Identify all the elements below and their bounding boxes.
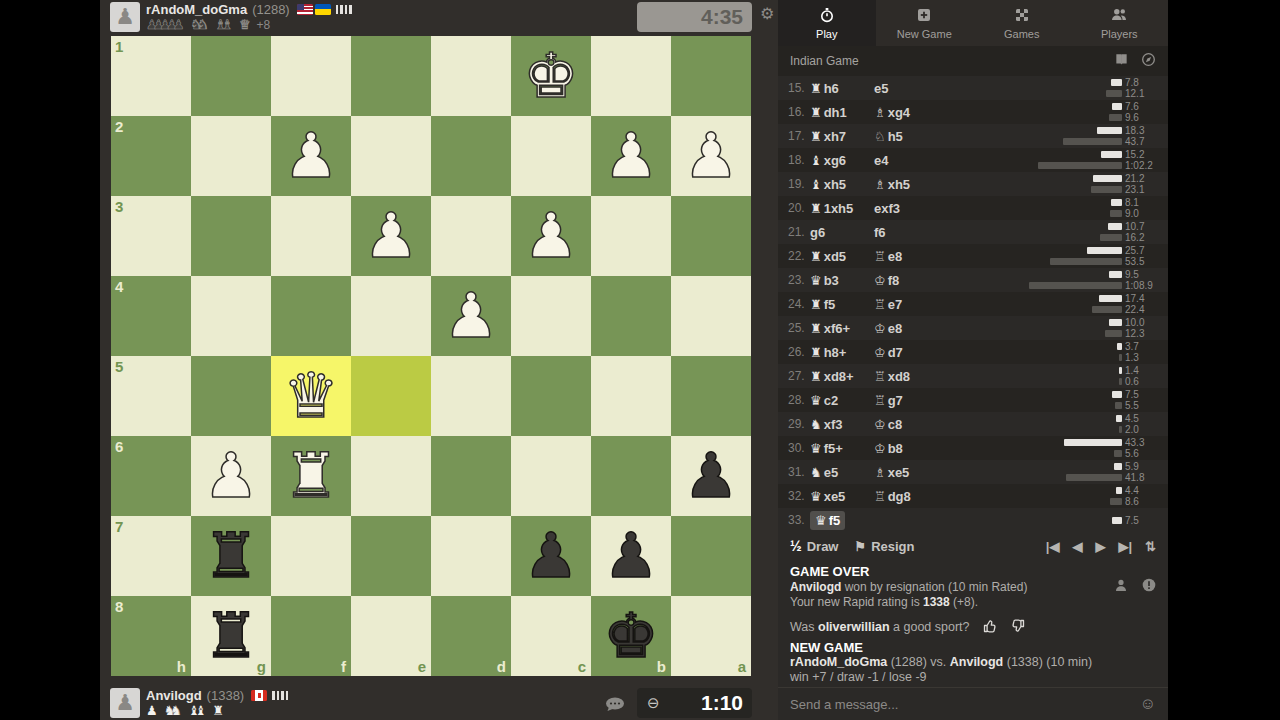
white-move[interactable]: ♜h8+ <box>810 345 846 360</box>
square-f3[interactable] <box>271 196 351 276</box>
bottom-player-name[interactable]: Anvilogd <box>146 688 202 703</box>
square-b1[interactable] <box>591 36 671 116</box>
resign-button[interactable]: Resign <box>871 539 914 554</box>
new-game-black: Anvilogd <box>950 655 1003 669</box>
report-alert-icon[interactable] <box>1142 578 1156 596</box>
move-time: 8.6 <box>1122 496 1164 507</box>
square-g3[interactable] <box>191 196 271 276</box>
bottom-captured-pieces: ♟♞♞♝♝♜ <box>146 704 224 718</box>
square-f6[interactable]: ♜ <box>271 436 351 516</box>
black-move[interactable]: ♔b8 <box>874 441 903 456</box>
white-pawn: ♟ <box>603 117 659 195</box>
white-move[interactable]: ♝xh5 <box>810 177 846 192</box>
signal-bars-icon <box>336 5 352 14</box>
move-time: 8.1 <box>1122 197 1164 208</box>
square-a1[interactable] <box>671 36 751 116</box>
square-h7[interactable]: 7 <box>111 516 191 596</box>
square-e7[interactable] <box>351 516 431 596</box>
white-rating: (1288) <box>887 655 930 669</box>
time-bar <box>1092 306 1122 313</box>
opening-row: Indian Game <box>778 46 1168 76</box>
opening-book-icon[interactable] <box>1114 52 1129 70</box>
pawn-avatar-icon: ♟ <box>115 690 135 716</box>
square-f5[interactable]: ♛ <box>271 356 351 436</box>
plus-square-icon <box>916 7 932 25</box>
move-number: 21. <box>778 225 810 239</box>
bottom-player-avatar[interactable]: ♟ <box>110 688 140 718</box>
top-player-name[interactable]: rAndoM_doGma <box>146 2 247 17</box>
white-rook: ♜ <box>283 437 339 515</box>
time-bar <box>1101 151 1122 158</box>
time-bar <box>1112 103 1122 110</box>
black-move[interactable]: ♖g7 <box>874 393 903 408</box>
square-a4[interactable] <box>671 276 751 356</box>
square-g6[interactable]: ♟ <box>191 436 271 516</box>
black-move[interactable]: ♖dg8 <box>874 489 911 504</box>
move-row: 22.♜xd5♖e825.753.5 <box>778 244 1168 268</box>
square-g5[interactable] <box>191 356 271 436</box>
white-move[interactable]: ♜xh7 <box>810 129 846 144</box>
time-bar <box>1106 90 1122 97</box>
tab-label: Games <box>1004 28 1039 40</box>
time-bar <box>1109 271 1122 278</box>
move-piece-icon: ♜ <box>810 321 822 336</box>
white-move[interactable]: ♜f5 <box>810 297 835 312</box>
move-time: 22.4 <box>1122 304 1164 315</box>
sportsmanship-row: Was oliverwillian a good sport? <box>778 616 1168 638</box>
square-d5[interactable] <box>431 356 511 436</box>
material-advantage: +8 <box>257 18 271 32</box>
rank-label: 3 <box>115 198 123 215</box>
black-move[interactable]: ♖e7 <box>874 297 902 312</box>
square-b8[interactable]: b♚ <box>591 596 671 676</box>
square-a5[interactable] <box>671 356 751 436</box>
move-time: 23.1 <box>1122 184 1164 195</box>
white-king: ♚ <box>523 37 579 115</box>
move-piece-icon: ♔ <box>874 417 886 432</box>
file-label: c <box>578 658 586 675</box>
square-g2[interactable] <box>191 116 271 196</box>
white-pawn: ♟ <box>683 117 739 195</box>
black-move[interactable]: ♗xe5 <box>874 465 909 480</box>
go-start-button[interactable]: |◀ <box>1046 539 1060 554</box>
file-label: e <box>418 658 426 675</box>
black-king: ♚ <box>603 597 659 675</box>
rank-label: 7 <box>115 518 123 535</box>
move-piece-icon: ♜ <box>810 249 822 264</box>
time-bar <box>1115 402 1122 409</box>
square-e8[interactable]: e <box>351 596 431 676</box>
sport-text: Was <box>790 620 818 634</box>
draw-button[interactable]: Draw <box>807 539 839 554</box>
resign-flag-icon: ⚑ <box>854 539 866 554</box>
move-row: 23.♛b3♔f89.51:08.9 <box>778 268 1168 292</box>
square-e3[interactable]: ♟ <box>351 196 431 276</box>
move-number: 27. <box>778 369 810 383</box>
white-move[interactable]: ♛b3 <box>810 273 839 288</box>
move-piece-icon: ♖ <box>874 369 886 384</box>
top-player-clock: 4:35 <box>637 2 752 32</box>
move-time: 15.2 <box>1122 149 1164 160</box>
square-d2[interactable] <box>431 116 511 196</box>
square-a2[interactable]: ♟ <box>671 116 751 196</box>
move-number: 29. <box>778 417 810 431</box>
move-row: 31.♞e5♗xe55.941.8 <box>778 460 1168 484</box>
move-piece-icon: ♜ <box>810 129 822 144</box>
message-row: Send a message... ☺ <box>778 687 1168 720</box>
move-row: 17.♜xh7♘h518.343.7 <box>778 124 1168 148</box>
square-e2[interactable] <box>351 116 431 196</box>
back-button[interactable]: ◀ <box>1072 539 1082 554</box>
time-bar <box>1099 295 1122 302</box>
white-move[interactable]: ♝xg6 <box>810 153 846 168</box>
black-move[interactable]: f6 <box>874 225 886 240</box>
square-d1[interactable] <box>431 36 511 116</box>
square-d8[interactable]: d <box>431 596 511 676</box>
square-h2[interactable]: 2 <box>111 116 191 196</box>
time-bar <box>1029 282 1122 289</box>
white-move[interactable]: ♜xd5 <box>810 249 846 264</box>
square-g7[interactable]: ♜ <box>191 516 271 596</box>
move-number: 25. <box>778 321 810 335</box>
captured-rook: ♜ <box>212 704 224 718</box>
emoji-smiley-icon[interactable]: ☺ <box>1140 695 1156 713</box>
move-piece-icon: ♗ <box>874 105 886 120</box>
square-d6[interactable] <box>431 436 511 516</box>
top-player-avatar[interactable]: ♟ <box>110 2 140 32</box>
move-list: 15.♜h6e57.812.116.♜dh1♗xg47.69.617.♜xh7♘… <box>778 76 1168 532</box>
square-b6[interactable] <box>591 436 671 516</box>
move-row: 15.♜h6e57.812.1 <box>778 76 1168 100</box>
square-c6[interactable] <box>511 436 591 516</box>
move-piece-icon: ♖ <box>874 489 886 504</box>
square-b3[interactable] <box>591 196 671 276</box>
black-move[interactable]: ♖e8 <box>874 249 902 264</box>
time-bar <box>1114 450 1122 457</box>
time-bar <box>1109 319 1123 326</box>
black-pawn: ♟ <box>683 437 739 515</box>
square-b2[interactable]: ♟ <box>591 116 671 196</box>
time-bar <box>1111 79 1122 86</box>
move-piece-icon: ♜ <box>810 81 822 96</box>
move-number: 16. <box>778 105 810 119</box>
square-c1[interactable]: ♚ <box>511 36 591 116</box>
move-number: 26. <box>778 345 810 359</box>
move-time: 41.8 <box>1122 472 1164 483</box>
black-move[interactable]: ♗xh5 <box>874 177 910 192</box>
square-f4[interactable] <box>271 276 351 356</box>
move-time: 1:08.9 <box>1122 280 1164 291</box>
move-piece-icon: ♛ <box>810 441 822 456</box>
new-game-title: NEW GAME <box>790 640 1156 655</box>
black-move[interactable]: ♔f8 <box>874 273 899 288</box>
move-time: 7.5 <box>1122 515 1164 526</box>
square-h4[interactable]: 4 <box>111 276 191 356</box>
black-move[interactable]: ♘h5 <box>874 129 903 144</box>
sidebar: PlayNew GameGamesPlayers Indian Game 15.… <box>778 0 1168 720</box>
square-f7[interactable] <box>271 516 351 596</box>
square-g1[interactable] <box>191 36 271 116</box>
ca-flag-icon <box>251 690 267 701</box>
white-move[interactable]: g6 <box>810 225 825 240</box>
move-time: 1:02.2 <box>1122 160 1164 171</box>
move-row: 25.♜xf6+♔e810.012.3 <box>778 316 1168 340</box>
move-time: 5.5 <box>1122 400 1164 411</box>
move-row: 29.♞xf3♔c84.52.0 <box>778 412 1168 436</box>
square-f1[interactable] <box>271 36 351 116</box>
square-c3[interactable]: ♟ <box>511 196 591 276</box>
move-piece-icon: ♜ <box>810 369 822 384</box>
black-move[interactable]: ♔d7 <box>874 345 903 360</box>
square-d4[interactable]: ♟ <box>431 276 511 356</box>
time-bar <box>1097 127 1122 134</box>
time-bar <box>1114 463 1122 470</box>
white-move[interactable]: ♜xd8+ <box>810 369 854 384</box>
move-number: 23. <box>778 273 810 287</box>
time-bar <box>1108 223 1122 230</box>
square-h1[interactable]: 1 <box>111 36 191 116</box>
forward-button[interactable]: ▶ <box>1095 539 1105 554</box>
bottom-player-clock: ⊖ 1:10 <box>637 688 752 718</box>
us-flag-icon <box>297 4 313 15</box>
tab-players[interactable]: Players <box>1071 0 1169 46</box>
square-d3[interactable] <box>431 196 511 276</box>
black-move[interactable]: ♖xd8 <box>874 369 910 384</box>
go-end-button[interactable]: ▶| <box>1118 539 1132 554</box>
white-queen: ♛ <box>283 357 339 435</box>
black-pawn: ♟ <box>603 517 659 595</box>
rank-label: 5 <box>115 358 123 375</box>
move-number: 33. <box>778 513 810 527</box>
white-move[interactable]: ♜h6 <box>810 81 839 96</box>
square-d7[interactable] <box>431 516 511 596</box>
white-move[interactable]: ♞e5 <box>810 465 838 480</box>
time-bar <box>1112 391 1122 398</box>
explorer-compass-icon[interactable] <box>1141 52 1156 70</box>
tab-label: Play <box>816 28 837 40</box>
black-move[interactable]: exf3 <box>874 201 900 216</box>
square-g8[interactable]: g♜ <box>191 596 271 676</box>
bottom-player-bar: ♟ Anvilogd (1338) ♟♞♞♝♝♜ ⊖ 1:10 <box>100 686 778 720</box>
time-bar <box>1087 247 1122 254</box>
add-friend-icon[interactable] <box>1115 578 1128 596</box>
white-move[interactable]: ♜1xh5 <box>810 201 853 216</box>
square-h5[interactable]: 5 <box>111 356 191 436</box>
move-row: 30.♛f5+♔b843.35.6 <box>778 436 1168 460</box>
stopwatch-icon <box>819 7 835 25</box>
rank-label: 1 <box>115 38 123 55</box>
black-move[interactable]: ♗xg4 <box>874 105 910 120</box>
time-bar <box>1066 474 1122 481</box>
white-move[interactable]: ♞xf3 <box>810 417 842 432</box>
move-piece-icon: ♔ <box>874 273 886 288</box>
move-time: 9.0 <box>1122 208 1164 219</box>
move-row: 16.♜dh1♗xg47.69.6 <box>778 100 1168 124</box>
move-time: 3.7 <box>1122 341 1164 352</box>
rank-label: 8 <box>115 598 123 615</box>
white-pawn: ♟ <box>523 197 579 275</box>
move-number: 30. <box>778 441 810 455</box>
move-number: 19. <box>778 177 810 191</box>
move-piece-icon: ♜ <box>810 105 822 120</box>
move-time: 12.3 <box>1122 328 1164 339</box>
black-move[interactable]: e4 <box>874 153 888 168</box>
time-bar <box>1100 234 1122 241</box>
move-piece-icon: ♛ <box>810 273 822 288</box>
captured-knights: ♞♞ <box>190 18 208 32</box>
move-piece-icon: ♖ <box>874 297 886 312</box>
game-controls: ½ Draw ⚑ Resign |◀◀▶▶|⇅ <box>778 532 1168 560</box>
square-a7[interactable] <box>671 516 751 596</box>
move-row: 32.♛xe5♖dg84.48.6 <box>778 484 1168 508</box>
clock-paused-icon: ⊖ <box>647 694 660 712</box>
move-time: 53.5 <box>1122 256 1164 267</box>
time-bar <box>1091 186 1122 193</box>
square-a8[interactable]: a <box>671 596 751 676</box>
checkerboard-icon <box>1014 7 1030 25</box>
result-text: won by resignation (10 min Rated) <box>841 580 1027 594</box>
square-b7[interactable]: ♟ <box>591 516 671 596</box>
black-move[interactable]: ♔e8 <box>874 321 902 336</box>
square-h3[interactable]: 3 <box>111 196 191 276</box>
top-captured-pieces: ♟♟♟♟♟♞♞♝♝♛ +8 <box>146 18 270 32</box>
rating-odds: win +7 / draw -1 / lose -9 <box>790 670 1156 685</box>
square-c8[interactable]: c <box>511 596 591 676</box>
file-label: d <box>497 658 506 675</box>
black-rating: (1338) (10 min) <box>1003 655 1092 669</box>
move-time: 2.0 <box>1122 424 1164 435</box>
square-e5[interactable] <box>351 356 431 436</box>
white-move[interactable]: ♛f5 <box>810 511 845 530</box>
move-time: 25.7 <box>1122 245 1164 256</box>
white-move[interactable]: ♜xf6+ <box>810 321 850 336</box>
thumbs-down-icon[interactable] <box>1010 620 1026 634</box>
move-row: 28.♛c2♖g77.55.5 <box>778 388 1168 412</box>
square-f8[interactable]: f <box>271 596 351 676</box>
pawn-avatar-icon: ♟ <box>115 4 135 30</box>
move-number: 31. <box>778 465 810 479</box>
move-time: 1.3 <box>1122 352 1164 363</box>
rank-label: 2 <box>115 118 123 135</box>
move-row: 27.♜xd8+♖xd81.40.6 <box>778 364 1168 388</box>
message-input[interactable]: Send a message... <box>790 697 898 712</box>
captured-knights: ♞♞ <box>164 704 182 718</box>
opening-name[interactable]: Indian Game <box>790 54 859 68</box>
square-c2[interactable] <box>511 116 591 196</box>
move-piece-icon: ♜ <box>810 201 822 216</box>
white-pawn: ♟ <box>443 277 499 355</box>
game-over-panel: GAME OVER Anvilogd won by resignation (1… <box>778 560 1168 616</box>
white-move[interactable]: ♛xe5 <box>810 489 845 504</box>
white-move[interactable]: ♜dh1 <box>810 105 847 120</box>
square-e1[interactable] <box>351 36 431 116</box>
vs-text: vs. <box>930 655 949 669</box>
white-move[interactable]: ♛f5+ <box>810 441 843 456</box>
square-h6[interactable]: 6 <box>111 436 191 516</box>
move-time: 43.3 <box>1122 437 1164 448</box>
winner-name: Anvilogd <box>790 580 841 594</box>
time-bar <box>1110 498 1122 505</box>
file-label: f <box>341 658 346 675</box>
file-label: a <box>738 658 746 675</box>
white-pawn: ♟ <box>203 437 259 515</box>
move-time: 5.6 <box>1122 448 1164 459</box>
settings-gear-icon[interactable]: ⚙ <box>760 4 774 23</box>
rank-label: 6 <box>115 438 123 455</box>
move-time: 0.6 <box>1122 376 1164 387</box>
move-number: 32. <box>778 489 810 503</box>
move-time: 1.4 <box>1122 365 1164 376</box>
square-c5[interactable] <box>511 356 591 436</box>
signal-bars-icon <box>272 691 288 700</box>
move-row: 21.g6f610.716.2 <box>778 220 1168 244</box>
square-e6[interactable] <box>351 436 431 516</box>
sport-text-2: a good sport? <box>890 620 970 634</box>
top-player-bar: ♟ rAndoM_doGma (1288) ♟♟♟♟♟♞♞♝♝♛ +8 4:35… <box>100 0 778 34</box>
time-bar <box>1110 210 1122 217</box>
thumbs-up-icon[interactable] <box>982 620 998 634</box>
time-bar <box>1109 114 1122 121</box>
square-h8[interactable]: 8h <box>111 596 191 676</box>
move-row: 20.♜1xh5exf38.19.0 <box>778 196 1168 220</box>
move-piece-icon: ♞ <box>810 417 822 432</box>
move-time: 21.2 <box>1122 173 1164 184</box>
square-a3[interactable] <box>671 196 751 276</box>
new-game-panel: NEW GAME rAndoM_doGma (1288) vs. Anvilog… <box>778 638 1168 684</box>
white-move[interactable]: ♛c2 <box>810 393 838 408</box>
square-b4[interactable] <box>591 276 671 356</box>
time-bar <box>1063 138 1122 145</box>
tab-play[interactable]: Play <box>778 0 876 46</box>
chess-board: 1♚2♟♟♟3♟♟4♟5♛6♟♜♟7♜♟♟8hg♜fedcb♚a <box>111 36 751 676</box>
ua-flag-icon <box>315 4 331 15</box>
move-piece-icon: ♝ <box>810 153 822 168</box>
move-nav-buttons: |◀◀▶▶|⇅ <box>1046 539 1156 554</box>
move-row: 24.♜f5♖e717.422.4 <box>778 292 1168 316</box>
square-c7[interactable]: ♟ <box>511 516 591 596</box>
black-move[interactable]: ♔c8 <box>874 417 902 432</box>
move-piece-icon: ♔ <box>874 321 886 336</box>
square-c4[interactable] <box>511 276 591 356</box>
move-piece-icon: ♛ <box>810 489 822 504</box>
move-time: 16.2 <box>1122 232 1164 243</box>
square-e4[interactable] <box>351 276 431 356</box>
black-move[interactable]: e5 <box>874 81 888 96</box>
tab-games[interactable]: Games <box>973 0 1071 46</box>
square-f2[interactable]: ♟ <box>271 116 351 196</box>
time-bar <box>1050 258 1122 265</box>
move-piece-icon: ♜ <box>810 297 822 312</box>
time-bar <box>1111 199 1122 206</box>
file-label: g <box>257 658 266 675</box>
captured-queen: ♛ <box>239 18 251 32</box>
rating-text: Your new Rapid rating is <box>790 595 923 609</box>
new-game-white: rAndoM_doGma <box>790 655 887 669</box>
tab-new-game[interactable]: New Game <box>876 0 974 46</box>
time-bar <box>1112 517 1122 524</box>
tab-label: Players <box>1101 28 1138 40</box>
rating-delta: (+8). <box>950 595 978 609</box>
move-time: 18.3 <box>1122 125 1164 136</box>
square-b5[interactable] <box>591 356 671 436</box>
chat-bubble-icon[interactable] <box>605 697 627 716</box>
move-time: 5.9 <box>1122 461 1164 472</box>
square-g4[interactable] <box>191 276 271 356</box>
square-a6[interactable]: ♟ <box>671 436 751 516</box>
white-pawn: ♟ <box>283 117 339 195</box>
flip-board-button[interactable]: ⇅ <box>1145 539 1156 554</box>
time-bar <box>1064 439 1122 446</box>
